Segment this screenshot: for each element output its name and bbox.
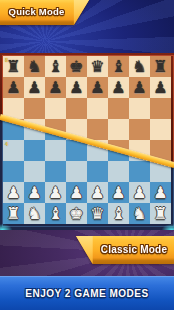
square-h5 <box>150 119 171 140</box>
square-f5 <box>108 119 129 140</box>
white-pawn: ♟ <box>111 182 125 203</box>
white-pawn: ♟ <box>90 182 104 203</box>
square-b6 <box>24 98 45 119</box>
square-f8: ♝ <box>108 56 129 77</box>
black-rook: ♜ <box>6 56 20 77</box>
black-pawn: ♟ <box>153 77 167 98</box>
black-pawn: ♟ <box>48 77 62 98</box>
square-c8: ♝ <box>45 56 66 77</box>
square-b4 <box>24 140 45 161</box>
square-e8: ♛ <box>87 56 108 77</box>
square-b7: ♟ <box>24 77 45 98</box>
quick-mode-label: Quick Mode <box>0 0 89 25</box>
black-bishop: ♝ <box>111 56 125 77</box>
square-h8: ♜ <box>150 56 171 77</box>
black-knight: ♞ <box>27 56 41 77</box>
app-screenshot: Quick Mode ♜♞♝♚♛♝♞♜♟♟♟♟♟♟♟♟♟♟♟♟♟♟♟♟♜♞♝♚♛… <box>0 0 174 310</box>
square-e2: ♟ <box>87 182 108 203</box>
square-d1: ♚ <box>66 203 87 224</box>
white-knight: ♞ <box>132 203 146 224</box>
square-g1: ♞ <box>129 203 150 224</box>
black-queen: ♛ <box>90 56 104 77</box>
black-pawn: ♟ <box>6 77 20 98</box>
black-knight: ♞ <box>132 56 146 77</box>
classic-mode-label: Classic Mode <box>76 236 174 264</box>
square-g6 <box>129 98 150 119</box>
square-f7: ♟ <box>108 77 129 98</box>
square-e5 <box>87 119 108 140</box>
white-bishop: ♝ <box>48 203 62 224</box>
footer-banner: ENJOY 2 GAME MODES <box>0 276 174 310</box>
square-g5 <box>129 119 150 140</box>
square-c2: ♟ <box>45 182 66 203</box>
white-rook: ♜ <box>6 203 20 224</box>
square-b3 <box>24 161 45 182</box>
footer-text: ENJOY 2 GAME MODES <box>25 288 148 299</box>
square-d2: ♟ <box>66 182 87 203</box>
square-e3 <box>87 161 108 182</box>
black-pawn: ♟ <box>132 77 146 98</box>
rank-coordinate-label: 4 <box>5 142 8 147</box>
rank-coordinate-label: 8 <box>5 58 8 63</box>
white-pawn: ♟ <box>27 182 41 203</box>
square-e1: ♛ <box>87 203 108 224</box>
square-f3 <box>108 161 129 182</box>
white-bishop: ♝ <box>111 203 125 224</box>
square-e6 <box>87 98 108 119</box>
black-king: ♚ <box>69 56 83 77</box>
square-c4 <box>45 140 66 161</box>
black-bishop: ♝ <box>48 56 62 77</box>
square-g8: ♞ <box>129 56 150 77</box>
square-g3 <box>129 161 150 182</box>
square-g7: ♟ <box>129 77 150 98</box>
square-b8: ♞ <box>24 56 45 77</box>
black-pawn: ♟ <box>111 77 125 98</box>
classic-mode-ribbon-button[interactable]: Classic Mode <box>76 236 174 264</box>
white-pawn: ♟ <box>132 182 146 203</box>
square-h6 <box>150 98 171 119</box>
black-pawn: ♟ <box>90 77 104 98</box>
square-e7: ♟ <box>87 77 108 98</box>
white-king: ♚ <box>69 203 83 224</box>
square-c3 <box>45 161 66 182</box>
square-d6 <box>66 98 87 119</box>
square-b1: ♞ <box>24 203 45 224</box>
white-pawn: ♟ <box>153 182 167 203</box>
square-b2: ♟ <box>24 182 45 203</box>
square-a7: ♟ <box>3 77 24 98</box>
square-d3 <box>66 161 87 182</box>
quick-mode-ribbon-button[interactable]: Quick Mode <box>0 0 89 25</box>
chess-board: ♜♞♝♚♛♝♞♜♟♟♟♟♟♟♟♟♟♟♟♟♟♟♟♟♜♞♝♚♛♝♞♜ 8 ♜♞♝♚♛… <box>0 53 174 230</box>
square-g2: ♟ <box>129 182 150 203</box>
white-queen: ♛ <box>90 203 104 224</box>
square-a3 <box>3 161 24 182</box>
white-pawn: ♟ <box>69 182 83 203</box>
white-knight: ♞ <box>27 203 41 224</box>
black-pawn: ♟ <box>27 77 41 98</box>
square-h7: ♟ <box>150 77 171 98</box>
white-pawn: ♟ <box>6 182 20 203</box>
square-h1: ♜ <box>150 203 171 224</box>
square-a1: ♜ <box>3 203 24 224</box>
white-pawn: ♟ <box>48 182 62 203</box>
square-a2: ♟ <box>3 182 24 203</box>
square-d8: ♚ <box>66 56 87 77</box>
square-c6 <box>45 98 66 119</box>
square-c1: ♝ <box>45 203 66 224</box>
square-d7: ♟ <box>66 77 87 98</box>
square-f1: ♝ <box>108 203 129 224</box>
square-c7: ♟ <box>45 77 66 98</box>
square-f6 <box>108 98 129 119</box>
black-pawn: ♟ <box>69 77 83 98</box>
white-rook: ♜ <box>153 203 167 224</box>
square-h2: ♟ <box>150 182 171 203</box>
square-f2: ♟ <box>108 182 129 203</box>
black-rook: ♜ <box>153 56 167 77</box>
